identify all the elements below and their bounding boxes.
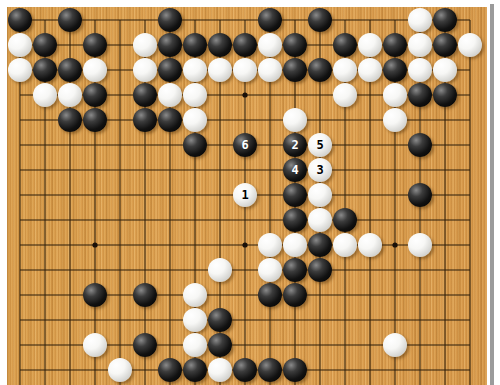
white-stone [58, 83, 82, 107]
black-stone [433, 83, 457, 107]
black-stone [208, 308, 232, 332]
black-stone [308, 58, 332, 82]
white-stone [358, 33, 382, 57]
white-stone-move-3: 3 [308, 158, 332, 182]
move-number-label: 1 [241, 189, 248, 201]
black-stone [383, 33, 407, 57]
white-stone [183, 58, 207, 82]
black-stone [158, 8, 182, 32]
white-stone [183, 83, 207, 107]
black-stone [158, 108, 182, 132]
black-stone [308, 258, 332, 282]
white-stone [208, 358, 232, 382]
move-number-label: 6 [241, 139, 248, 151]
white-stone [383, 83, 407, 107]
black-stone [258, 358, 282, 382]
black-stone [433, 8, 457, 32]
white-stone [183, 108, 207, 132]
black-stone [333, 33, 357, 57]
black-stone [158, 358, 182, 382]
black-stone [333, 208, 357, 232]
black-stone [58, 58, 82, 82]
black-stone [408, 183, 432, 207]
black-stone [33, 33, 57, 57]
black-stone [133, 108, 157, 132]
white-stone [208, 58, 232, 82]
black-stone [408, 133, 432, 157]
white-stone [258, 258, 282, 282]
move-number-label: 5 [316, 139, 323, 151]
white-stone [408, 33, 432, 57]
black-stone [283, 58, 307, 82]
move-number-label: 3 [316, 164, 323, 176]
white-stone [108, 358, 132, 382]
black-stone-move-4: 4 [283, 158, 307, 182]
black-stone [233, 33, 257, 57]
black-stone [283, 283, 307, 307]
black-stone [58, 108, 82, 132]
black-stone-move-6: 6 [233, 133, 257, 157]
white-stone [408, 58, 432, 82]
white-stone [308, 208, 332, 232]
black-stone [283, 33, 307, 57]
black-stone [208, 333, 232, 357]
white-stone [433, 58, 457, 82]
black-stone [308, 233, 332, 257]
black-stone [8, 8, 32, 32]
black-stone [158, 33, 182, 57]
white-stone-move-1: 1 [233, 183, 257, 207]
white-stone [308, 183, 332, 207]
black-stone [83, 33, 107, 57]
white-stone [8, 58, 32, 82]
board-drop-shadow [490, 4, 494, 385]
white-stone [258, 233, 282, 257]
black-stone [233, 358, 257, 382]
white-stone [258, 33, 282, 57]
move-number-label: 4 [291, 164, 298, 176]
black-stone [58, 8, 82, 32]
white-stone [133, 58, 157, 82]
black-stone [283, 358, 307, 382]
white-stone [183, 308, 207, 332]
black-stone [283, 258, 307, 282]
white-stone [183, 333, 207, 357]
white-stone [333, 58, 357, 82]
white-stone [408, 8, 432, 32]
white-stone [408, 233, 432, 257]
white-stone [333, 83, 357, 107]
white-stone [383, 108, 407, 132]
black-stone [83, 83, 107, 107]
move-number-label: 2 [291, 139, 298, 151]
black-stone [283, 208, 307, 232]
black-stone [208, 33, 232, 57]
white-stone [208, 258, 232, 282]
black-stone [433, 33, 457, 57]
white-stone [8, 33, 32, 57]
white-stone [83, 333, 107, 357]
white-stone [458, 33, 482, 57]
black-stone [158, 58, 182, 82]
black-stone [283, 183, 307, 207]
white-stone [133, 33, 157, 57]
white-stone [358, 58, 382, 82]
black-stone [133, 283, 157, 307]
white-stone [33, 83, 57, 107]
white-stone [283, 233, 307, 257]
black-stone [133, 333, 157, 357]
white-stone [383, 333, 407, 357]
black-stone [183, 358, 207, 382]
black-stone-move-2: 2 [283, 133, 307, 157]
black-stone [308, 8, 332, 32]
black-stone [83, 283, 107, 307]
white-stone [283, 108, 307, 132]
black-stone [83, 108, 107, 132]
go-board[interactable]: 625431 [7, 7, 487, 385]
black-stone [408, 83, 432, 107]
white-stone [83, 58, 107, 82]
white-stone-move-5: 5 [308, 133, 332, 157]
white-stone [333, 233, 357, 257]
white-stone [358, 233, 382, 257]
black-stone [183, 33, 207, 57]
black-stone [183, 133, 207, 157]
white-stone [258, 58, 282, 82]
black-stone [133, 83, 157, 107]
white-stone [183, 283, 207, 307]
go-diagram: 625431 [0, 0, 500, 385]
black-stone [258, 8, 282, 32]
white-stone [158, 83, 182, 107]
white-stone [233, 58, 257, 82]
black-stone [383, 58, 407, 82]
black-stone [258, 283, 282, 307]
black-stone [33, 58, 57, 82]
